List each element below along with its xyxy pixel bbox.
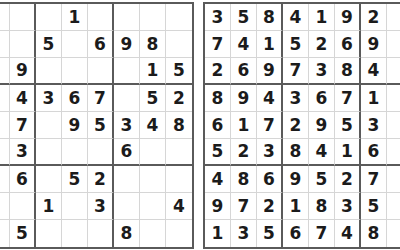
sudoku-cell-r2c3 bbox=[10, 31, 36, 58]
sudoku-cell-r9c8 bbox=[387, 220, 400, 247]
sudoku-cell-r7c6: 2 bbox=[335, 166, 361, 193]
sudoku-cell-r5c3: 7 bbox=[10, 112, 36, 139]
sudoku-cell-r3c5 bbox=[62, 58, 88, 85]
sudoku-cell-r2c8 bbox=[387, 31, 400, 58]
sudoku-cell-r9c6: 4 bbox=[335, 220, 361, 247]
sudoku-cell-r6c4: 8 bbox=[283, 139, 309, 166]
sudoku-cell-r6c7: 6 bbox=[361, 139, 387, 166]
sudoku-cell-r3c5: 3 bbox=[309, 58, 335, 85]
sudoku-cell-r6c2: 2 bbox=[231, 139, 257, 166]
sudoku-cell-r8c5: 8 bbox=[309, 193, 335, 220]
sudoku-cell-r5c3: 7 bbox=[257, 112, 283, 139]
sudoku-cell-r8c8 bbox=[140, 193, 166, 220]
sudoku-cell-r1c8 bbox=[387, 4, 400, 31]
sudoku-cell-r1c7 bbox=[114, 4, 140, 31]
sudoku-cell-r2c6: 6 bbox=[88, 31, 114, 58]
sudoku-cell-r8c7: 5 bbox=[361, 193, 387, 220]
sudoku-cell-r7c8 bbox=[387, 166, 400, 193]
sudoku-cell-r4c4: 3 bbox=[36, 85, 62, 112]
sudoku-cell-r9c3: 5 bbox=[10, 220, 36, 247]
sudoku-cell-r8c6: 3 bbox=[88, 193, 114, 220]
sudoku-cell-r8c2: 7 bbox=[231, 193, 257, 220]
sudoku-cell-r5c2 bbox=[0, 112, 10, 139]
sudoku-cell-r8c5 bbox=[62, 193, 88, 220]
sudoku-cell-r9c2: 3 bbox=[231, 220, 257, 247]
sudoku-cell-r5c1: 6 bbox=[205, 112, 231, 139]
sudoku-cell-r6c1: 5 bbox=[205, 139, 231, 166]
sudoku-cell-r7c6: 2 bbox=[88, 166, 114, 193]
sudoku-cell-r4c6: 7 bbox=[88, 85, 114, 112]
sudoku-cell-r6c9 bbox=[166, 139, 192, 166]
sudoku-cell-r8c6: 3 bbox=[335, 193, 361, 220]
sudoku-cell-r5c9: 8 bbox=[166, 112, 192, 139]
sudoku-cell-r4c7: 1 bbox=[361, 85, 387, 112]
sudoku-cell-r3c4 bbox=[36, 58, 62, 85]
sudoku-cell-r1c5: 1 bbox=[309, 4, 335, 31]
sudoku-cell-r4c9: 2 bbox=[166, 85, 192, 112]
sudoku-cell-r6c6: 1 bbox=[335, 139, 361, 166]
sudoku-cell-r7c5: 5 bbox=[309, 166, 335, 193]
solution-grid: 3584192741526926973848943671617295352384… bbox=[203, 2, 400, 249]
sudoku-cell-r9c2 bbox=[0, 220, 10, 247]
sudoku-cell-r6c8 bbox=[387, 139, 400, 166]
sudoku-cell-r7c4: 9 bbox=[283, 166, 309, 193]
sudoku-cell-r1c2 bbox=[0, 4, 10, 31]
sudoku-cell-r7c4 bbox=[36, 166, 62, 193]
sudoku-cell-r3c7: 4 bbox=[361, 58, 387, 85]
sudoku-cell-r8c2 bbox=[0, 193, 10, 220]
sudoku-cell-r9c8 bbox=[140, 220, 166, 247]
sudoku-cell-r1c3: 8 bbox=[257, 4, 283, 31]
sudoku-cell-r4c3: 4 bbox=[257, 85, 283, 112]
sudoku-cell-r4c3: 4 bbox=[10, 85, 36, 112]
sudoku-cell-r8c9: 4 bbox=[166, 193, 192, 220]
sudoku-cell-r4c2: 9 bbox=[231, 85, 257, 112]
sudoku-cell-r9c1: 1 bbox=[205, 220, 231, 247]
sudoku-cell-r1c8 bbox=[140, 4, 166, 31]
sudoku-cell-r3c6: 8 bbox=[335, 58, 361, 85]
sudoku-cell-r1c6: 9 bbox=[335, 4, 361, 31]
sudoku-cell-r1c3 bbox=[10, 4, 36, 31]
sudoku-cell-r2c2 bbox=[0, 31, 10, 58]
sudoku-cell-r2c9 bbox=[166, 31, 192, 58]
sudoku-cell-r2c7: 9 bbox=[114, 31, 140, 58]
sudoku-cell-r7c3: 6 bbox=[257, 166, 283, 193]
sudoku-cell-r1c7: 2 bbox=[361, 4, 387, 31]
sudoku-cell-r4c2 bbox=[0, 85, 10, 112]
sudoku-cell-r4c5: 6 bbox=[309, 85, 335, 112]
sudoku-cell-r5c8 bbox=[387, 112, 400, 139]
sudoku-cell-r1c2: 5 bbox=[231, 4, 257, 31]
puzzle-grid-viewport: 156989154367527953483665213458 bbox=[0, 2, 199, 250]
sudoku-cell-r7c7 bbox=[114, 166, 140, 193]
sudoku-cell-r8c4: 1 bbox=[283, 193, 309, 220]
sudoku-cell-r3c1: 2 bbox=[205, 58, 231, 85]
sudoku-cell-r8c7 bbox=[114, 193, 140, 220]
sudoku-cell-r5c5: 9 bbox=[62, 112, 88, 139]
sudoku-cell-r1c5: 1 bbox=[62, 4, 88, 31]
sudoku-cell-r3c2: 6 bbox=[231, 58, 257, 85]
sudoku-cell-r6c5 bbox=[62, 139, 88, 166]
sudoku-cell-r3c2 bbox=[0, 58, 10, 85]
sudoku-cell-r4c8 bbox=[387, 85, 400, 112]
sudoku-cell-r2c2: 4 bbox=[231, 31, 257, 58]
sudoku-cell-r7c2 bbox=[0, 166, 10, 193]
sudoku-cell-r8c3: 2 bbox=[257, 193, 283, 220]
sudoku-cell-r3c8 bbox=[387, 58, 400, 85]
sudoku-cell-r9c3: 5 bbox=[257, 220, 283, 247]
sudoku-cell-r3c8: 1 bbox=[140, 58, 166, 85]
sudoku-cell-r1c4: 4 bbox=[283, 4, 309, 31]
sudoku-cell-r1c1: 3 bbox=[205, 4, 231, 31]
sudoku-cell-r4c1: 8 bbox=[205, 85, 231, 112]
sudoku-cell-r2c5: 2 bbox=[309, 31, 335, 58]
sudoku-cell-r5c4: 2 bbox=[283, 112, 309, 139]
sudoku-cell-r4c8: 5 bbox=[140, 85, 166, 112]
sudoku-cell-r8c3 bbox=[10, 193, 36, 220]
sudoku-cell-r4c5: 6 bbox=[62, 85, 88, 112]
sudoku-cell-r4c6: 7 bbox=[335, 85, 361, 112]
sudoku-cell-r4c4: 3 bbox=[283, 85, 309, 112]
sudoku-cell-r3c6 bbox=[88, 58, 114, 85]
sudoku-cell-r7c3: 6 bbox=[10, 166, 36, 193]
sudoku-cell-r3c3: 9 bbox=[257, 58, 283, 85]
sudoku-cell-r2c6: 6 bbox=[335, 31, 361, 58]
sudoku-cell-r9c5 bbox=[62, 220, 88, 247]
sudoku-cell-r2c1: 7 bbox=[205, 31, 231, 58]
puzzle-grid: 156989154367527953483665213458 bbox=[0, 2, 194, 249]
sudoku-cell-r8c1: 9 bbox=[205, 193, 231, 220]
sudoku-cell-r3c7 bbox=[114, 58, 140, 85]
sudoku-cell-r5c2: 1 bbox=[231, 112, 257, 139]
sudoku-cell-r6c2 bbox=[0, 139, 10, 166]
sudoku-cell-r9c4 bbox=[36, 220, 62, 247]
sudoku-cell-r7c2: 8 bbox=[231, 166, 257, 193]
sudoku-cell-r7c5: 5 bbox=[62, 166, 88, 193]
solution-grid-viewport: 3584192741526926973848943671617295352384… bbox=[203, 2, 400, 250]
sudoku-cell-r7c8 bbox=[140, 166, 166, 193]
sudoku-cell-r6c3: 3 bbox=[257, 139, 283, 166]
sudoku-cell-r9c4: 6 bbox=[283, 220, 309, 247]
sudoku-cell-r1c9 bbox=[166, 4, 192, 31]
sudoku-cell-r9c5: 7 bbox=[309, 220, 335, 247]
sudoku-cell-r1c6 bbox=[88, 4, 114, 31]
sudoku-cell-r6c5: 4 bbox=[309, 139, 335, 166]
sudoku-cell-r6c3: 3 bbox=[10, 139, 36, 166]
sudoku-cell-r5c7: 3 bbox=[114, 112, 140, 139]
sudoku-cell-r2c4: 5 bbox=[283, 31, 309, 58]
sudoku-cell-r7c9 bbox=[166, 166, 192, 193]
sudoku-cell-r7c1: 4 bbox=[205, 166, 231, 193]
sudoku-thumbnail: 156989154367527953483665213458 358419274… bbox=[0, 0, 400, 250]
sudoku-cell-r6c4 bbox=[36, 139, 62, 166]
sudoku-cell-r6c8 bbox=[140, 139, 166, 166]
sudoku-cell-r5c6: 5 bbox=[88, 112, 114, 139]
sudoku-cell-r1c4 bbox=[36, 4, 62, 31]
sudoku-cell-r9c7: 8 bbox=[114, 220, 140, 247]
sudoku-cell-r8c8 bbox=[387, 193, 400, 220]
sudoku-cell-r5c5: 9 bbox=[309, 112, 335, 139]
sudoku-cell-r2c8: 8 bbox=[140, 31, 166, 58]
sudoku-cell-r7c7: 7 bbox=[361, 166, 387, 193]
sudoku-cell-r6c6 bbox=[88, 139, 114, 166]
sudoku-cell-r3c4: 7 bbox=[283, 58, 309, 85]
sudoku-cell-r5c6: 5 bbox=[335, 112, 361, 139]
sudoku-cell-r5c4 bbox=[36, 112, 62, 139]
sudoku-cell-r3c9: 5 bbox=[166, 58, 192, 85]
sudoku-cell-r8c4: 1 bbox=[36, 193, 62, 220]
sudoku-cell-r9c9 bbox=[166, 220, 192, 247]
sudoku-cell-r9c7: 8 bbox=[361, 220, 387, 247]
sudoku-cell-r2c4: 5 bbox=[36, 31, 62, 58]
sudoku-cell-r5c7: 3 bbox=[361, 112, 387, 139]
sudoku-cell-r9c6 bbox=[88, 220, 114, 247]
sudoku-cell-r3c3: 9 bbox=[10, 58, 36, 85]
sudoku-cell-r2c5 bbox=[62, 31, 88, 58]
sudoku-cell-r4c7 bbox=[114, 85, 140, 112]
sudoku-cell-r2c7: 9 bbox=[361, 31, 387, 58]
sudoku-cell-r6c7: 6 bbox=[114, 139, 140, 166]
sudoku-cell-r2c3: 1 bbox=[257, 31, 283, 58]
sudoku-cell-r5c8: 4 bbox=[140, 112, 166, 139]
